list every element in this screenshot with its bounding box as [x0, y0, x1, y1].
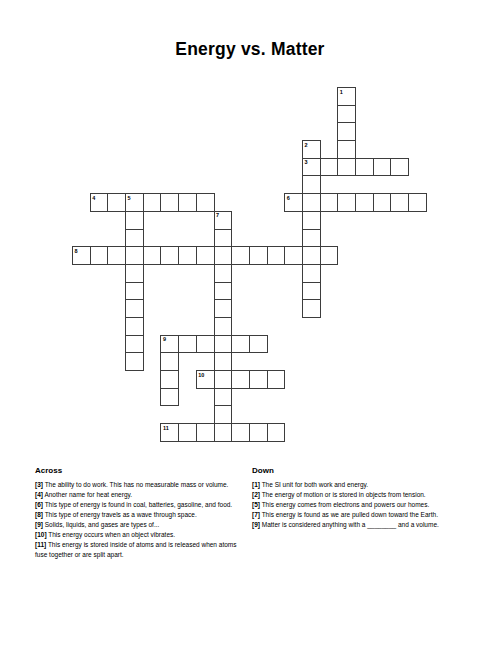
grid-cell-r9c3[interactable] [125, 246, 144, 265]
grid-cell-r12c8[interactable] [214, 299, 233, 318]
grid-cell-r9c5[interactable] [160, 246, 179, 265]
clue-number: [6] [35, 501, 43, 508]
clue-number: [8] [35, 511, 43, 518]
grid-cell-r6c15[interactable] [337, 193, 356, 212]
grid-cell-r9c7[interactable] [196, 246, 215, 265]
grid-cell-r11c3[interactable] [125, 282, 144, 301]
grid-cell-r4c14[interactable] [320, 158, 339, 177]
grid-cell-r11c8[interactable] [214, 282, 233, 301]
clue-number: [10] [35, 531, 47, 538]
grid-cell-r6c5[interactable] [160, 193, 179, 212]
clue-item: [10] This energy occurs when an object v… [35, 530, 248, 540]
grid-cell-r6c1[interactable]: 4 [90, 193, 109, 212]
grid-cell-r16c11[interactable] [267, 370, 286, 389]
grid-cell-r7c3[interactable] [125, 211, 144, 230]
crossword-worksheet-page: Energy vs. Matter 1234567891011 Across [… [0, 0, 500, 647]
grid-cell-r9c2[interactable] [107, 246, 126, 265]
cell-number: 9 [163, 336, 166, 342]
grid-cell-r17c8[interactable] [214, 388, 233, 407]
cell-number: 10 [198, 372, 204, 378]
clue-item: [7] This energy is found as we are pulle… [252, 510, 472, 520]
clue-number: [7] [252, 511, 260, 518]
grid-cell-r10c13[interactable] [302, 264, 321, 283]
grid-cell-r6c17[interactable] [373, 193, 392, 212]
grid-cell-r14c8[interactable] [214, 335, 233, 354]
grid-cell-r7c13[interactable] [302, 211, 321, 230]
grid-cell-r19c10[interactable] [249, 423, 268, 442]
clue-item: [5] This energy comes from electrons and… [252, 500, 472, 510]
grid-cell-r9c0[interactable]: 8 [72, 246, 91, 265]
grid-cell-r4c15[interactable] [337, 158, 356, 177]
grid-cell-r4c17[interactable] [373, 158, 392, 177]
grid-cell-r4c13[interactable]: 3 [302, 158, 321, 177]
grid-cell-r9c1[interactable] [90, 246, 109, 265]
across-clue-list: [3] The ability to do work. This has no … [35, 480, 248, 560]
grid-cell-r15c5[interactable] [160, 352, 179, 371]
grid-cell-r9c10[interactable] [249, 246, 268, 265]
across-clues-section: Across [3] The ability to do work. This … [35, 466, 248, 560]
grid-cell-r13c8[interactable] [214, 317, 233, 336]
grid-cell-r12c3[interactable] [125, 299, 144, 318]
across-header: Across [35, 466, 248, 475]
down-clues-section: Down [1] The SI unit for both work and e… [252, 466, 472, 530]
clue-number: [4] [35, 491, 43, 498]
grid-cell-r9c13[interactable] [302, 246, 321, 265]
clue-item: [4] Another name for heat energy. [35, 490, 248, 500]
grid-cell-r8c3[interactable] [125, 229, 144, 248]
grid-cell-r1c15[interactable] [337, 105, 356, 124]
grid-cell-r14c3[interactable] [125, 335, 144, 354]
grid-cell-r16c7[interactable]: 10 [196, 370, 215, 389]
grid-cell-r19c6[interactable] [178, 423, 197, 442]
grid-cell-r15c3[interactable] [125, 352, 144, 371]
grid-cell-r14c6[interactable] [178, 335, 197, 354]
grid-cell-r19c9[interactable] [231, 423, 250, 442]
clue-item: [3] The ability to do work. This has no … [35, 480, 248, 490]
grid-cell-r9c4[interactable] [143, 246, 162, 265]
grid-cell-r3c13[interactable]: 2 [302, 140, 321, 159]
grid-cell-r14c7[interactable] [196, 335, 215, 354]
grid-cell-r8c13[interactable] [302, 229, 321, 248]
page-title: Energy vs. Matter [0, 39, 500, 60]
clue-item: [9] Solids, liquids, and gases are types… [35, 520, 248, 530]
grid-cell-r13c3[interactable] [125, 317, 144, 336]
grid-cell-r5c13[interactable] [302, 175, 321, 194]
clue-number: [9] [252, 521, 260, 528]
cell-number: 1 [340, 89, 343, 95]
clue-item: [1] The SI unit for both work and energy… [252, 480, 472, 490]
grid-cell-r14c5[interactable]: 9 [160, 335, 179, 354]
cell-number: 4 [92, 195, 95, 201]
grid-cell-r19c8[interactable] [214, 423, 233, 442]
clue-item: [6] This type of energy is found in coal… [35, 500, 248, 510]
grid-cell-r15c8[interactable] [214, 352, 233, 371]
clue-number: [11] [35, 541, 46, 548]
grid-cell-r6c13[interactable] [302, 193, 321, 212]
grid-cell-r16c9[interactable] [231, 370, 250, 389]
clue-number: [5] [252, 501, 260, 508]
clue-number: [2] [252, 491, 260, 498]
grid-cell-r9c9[interactable] [231, 246, 250, 265]
clue-item: [9] Matter is considered anything with a… [252, 520, 472, 530]
grid-cell-r19c11[interactable] [267, 423, 286, 442]
grid-cell-r14c10[interactable] [249, 335, 268, 354]
down-header: Down [252, 466, 472, 475]
grid-cell-r11c13[interactable] [302, 282, 321, 301]
grid-cell-r18c8[interactable] [214, 405, 233, 424]
grid-cell-r9c14[interactable] [320, 246, 339, 265]
clue-number: [9] [35, 521, 43, 528]
grid-cell-r4c18[interactable] [390, 158, 409, 177]
crossword-grid: 1234567891011 [72, 87, 426, 441]
cell-number: 11 [163, 425, 169, 431]
grid-cell-r8c8[interactable] [214, 229, 233, 248]
cell-number: 2 [304, 142, 307, 148]
grid-cell-r2c15[interactable] [337, 122, 356, 141]
grid-cell-r6c18[interactable] [390, 193, 409, 212]
clue-number: [3] [35, 481, 43, 488]
cell-number: 6 [287, 195, 290, 201]
grid-cell-r6c19[interactable] [408, 193, 427, 212]
grid-cell-r9c12[interactable] [284, 246, 303, 265]
cell-number: 5 [128, 195, 131, 201]
grid-cell-r6c2[interactable] [107, 193, 126, 212]
grid-cell-r3c15[interactable] [337, 140, 356, 159]
grid-cell-r9c11[interactable] [267, 246, 286, 265]
grid-cell-r19c5[interactable]: 11 [160, 423, 179, 442]
down-clue-list: [1] The SI unit for both work and energy… [252, 480, 472, 530]
grid-cell-r0c15[interactable]: 1 [337, 87, 356, 106]
grid-cell-r14c9[interactable] [231, 335, 250, 354]
grid-cell-r4c16[interactable] [355, 158, 374, 177]
grid-cell-r6c4[interactable] [143, 193, 162, 212]
grid-cell-r6c6[interactable] [178, 193, 197, 212]
cell-number: 7 [216, 212, 219, 218]
grid-cell-r6c3[interactable]: 5 [125, 193, 144, 212]
grid-cell-r12c13[interactable] [302, 299, 321, 318]
grid-cell-r6c16[interactable] [355, 193, 374, 212]
grid-cell-r17c5[interactable] [160, 388, 179, 407]
cell-number: 8 [75, 248, 78, 254]
grid-cell-r16c10[interactable] [249, 370, 268, 389]
clue-number: [1] [252, 481, 260, 488]
grid-cell-r19c7[interactable] [196, 423, 215, 442]
grid-cell-r7c8[interactable]: 7 [214, 211, 233, 230]
grid-cell-r16c8[interactable] [214, 370, 233, 389]
grid-cell-r16c5[interactable] [160, 370, 179, 389]
grid-cell-r6c12[interactable]: 6 [284, 193, 303, 212]
grid-cell-r9c6[interactable] [178, 246, 197, 265]
clue-item: [11] This energy is stored inside of ato… [35, 540, 248, 560]
clue-item: [2] The energy of motion or is stored in… [252, 490, 472, 500]
cell-number: 3 [304, 159, 307, 165]
grid-cell-r9c8[interactable] [214, 246, 233, 265]
grid-cell-r6c14[interactable] [320, 193, 339, 212]
grid-cell-r6c7[interactable] [196, 193, 215, 212]
grid-cell-r10c3[interactable] [125, 264, 144, 283]
clue-item: [8] This type of energy travels as a wav… [35, 510, 248, 520]
grid-cell-r10c8[interactable] [214, 264, 233, 283]
